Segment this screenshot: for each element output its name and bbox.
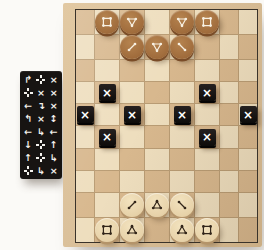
board-cell-a7[interactable]: [76, 82, 94, 103]
black-cube-x-piece[interactable]: ×: [199, 84, 216, 101]
board-cell-d3[interactable]: [145, 171, 169, 192]
board-cell-c5[interactable]: [120, 126, 144, 147]
tray-glyph-arrow-left-icon: ←: [22, 125, 35, 138]
board-cell-g10[interactable]: [220, 10, 238, 34]
tray-glyph-x-icon: ×: [35, 112, 48, 125]
board-cell-e5[interactable]: [170, 126, 194, 147]
tray-glyph-bend-up-left-icon: ↰: [22, 112, 35, 125]
board-cell-e7[interactable]: [170, 82, 194, 103]
board-cell-h1[interactable]: [239, 218, 257, 242]
board-cell-f3[interactable]: [195, 171, 219, 192]
board-cell-g8[interactable]: [220, 60, 238, 81]
black-cube-x-piece[interactable]: ×: [77, 106, 94, 123]
board-cell-c3[interactable]: [120, 171, 144, 192]
brown-disc-diagonal-line-dots[interactable]: [170, 35, 194, 59]
board-cell-b8[interactable]: [95, 60, 119, 81]
tray-glyph-x-icon: ×: [47, 86, 60, 99]
board-cell-e8[interactable]: [170, 60, 194, 81]
tray-glyph-arrow-down-icon: ↓: [22, 138, 35, 151]
tray-glyph-x-icon: ×: [47, 164, 60, 177]
board-cell-f5[interactable]: ×: [195, 126, 219, 147]
board-cell-b5[interactable]: ×: [95, 126, 119, 147]
black-cube-x-piece[interactable]: ×: [99, 129, 116, 146]
board-cell-a6[interactable]: ×: [76, 104, 94, 125]
board-cell-a10[interactable]: [76, 10, 94, 34]
tray-glyph-x-icon: ×: [47, 73, 60, 86]
board-cell-a8[interactable]: [76, 60, 94, 81]
board-cell-d9[interactable]: [145, 35, 169, 59]
tray-glyph-cross-icon: [35, 151, 48, 164]
natural-disc-diagonal-line-dots[interactable]: [120, 193, 144, 217]
black-piece-tray: ↱×××←↴×↰×↕←↳←↓↑↑↳↳×: [20, 71, 62, 179]
board-cell-c2[interactable]: [120, 193, 144, 217]
playing-area: ××××××××: [75, 9, 258, 243]
board-cell-c9[interactable]: [120, 35, 144, 59]
board-cell-g6[interactable]: [220, 104, 238, 125]
tray-glyph-x-icon: ×: [47, 99, 60, 112]
board-cell-e6[interactable]: ×: [170, 104, 194, 125]
brown-disc-triangle-down-dots[interactable]: [120, 10, 144, 34]
tray-glyph-cross-icon: [22, 164, 35, 177]
board-cell-f8[interactable]: [195, 60, 219, 81]
board-cell-e3[interactable]: [170, 171, 194, 192]
board-cell-b4[interactable]: [95, 149, 119, 170]
board-cell-e10[interactable]: [170, 10, 194, 34]
board-cell-e4[interactable]: [170, 149, 194, 170]
brown-disc-diagonal-line-dots[interactable]: [120, 35, 144, 59]
dashed-cross-icon: [24, 166, 33, 175]
tray-glyph-arrow-up-icon: ↑: [22, 151, 35, 164]
board-cell-d2[interactable]: [145, 193, 169, 217]
board-cell-h3[interactable]: [239, 171, 257, 192]
board-cell-f9[interactable]: [195, 35, 219, 59]
product-photo-scene: ↱×××←↴×↰×↕←↳←↓↑↑↳↳× ××××××××: [0, 0, 264, 250]
board-cell-c7[interactable]: [120, 82, 144, 103]
board-cell-b3[interactable]: [95, 171, 119, 192]
tray-glyph-arrow-left-icon: ←: [47, 125, 60, 138]
board-cell-d1[interactable]: [145, 218, 169, 242]
board-cell-d6[interactable]: [145, 104, 169, 125]
tray-glyph-bend-up-right-icon: ↱: [22, 73, 35, 86]
board-cell-a5[interactable]: [76, 126, 94, 147]
board-cell-c6[interactable]: ×: [120, 104, 144, 125]
board-cell-h7[interactable]: [239, 82, 257, 103]
board-cell-c8[interactable]: [120, 60, 144, 81]
dashed-cross-icon: [36, 153, 45, 162]
board-cell-c10[interactable]: [120, 10, 144, 34]
board-cell-f4[interactable]: [195, 149, 219, 170]
board-cell-h10[interactable]: [239, 10, 257, 34]
black-cube-x-piece[interactable]: ×: [199, 129, 216, 146]
game-board: ××××××××: [63, 3, 262, 247]
natural-disc-diagonal-line-dots[interactable]: [170, 193, 194, 217]
board-cell-c4[interactable]: [120, 149, 144, 170]
board-cell-a4[interactable]: [76, 149, 94, 170]
board-cell-b7[interactable]: ×: [95, 82, 119, 103]
board-cell-g5[interactable]: [220, 126, 238, 147]
board-cell-a9[interactable]: [76, 35, 94, 59]
board-cell-a2[interactable]: [76, 193, 94, 217]
tray-glyph-arrow-up-icon: ↑: [47, 138, 60, 151]
board-cell-a3[interactable]: [76, 171, 94, 192]
natural-disc-square-dots[interactable]: [195, 218, 219, 242]
natural-disc-square-dots[interactable]: [95, 218, 119, 242]
board-cell-g3[interactable]: [220, 171, 238, 192]
board-cell-c1[interactable]: [120, 218, 144, 242]
board-cell-a1[interactable]: [76, 218, 94, 242]
board-cell-d8[interactable]: [145, 60, 169, 81]
board-cell-g7[interactable]: [220, 82, 238, 103]
tray-glyph-bend-down-right-icon: ↳: [47, 151, 60, 164]
board-cell-h2[interactable]: [239, 193, 257, 217]
dashed-cross-icon: [24, 88, 33, 97]
board-cell-g2[interactable]: [220, 193, 238, 217]
board-cell-e2[interactable]: [170, 193, 194, 217]
board-cell-d5[interactable]: [145, 126, 169, 147]
board-cell-g1[interactable]: [220, 218, 238, 242]
board-cell-b2[interactable]: [95, 193, 119, 217]
tray-glyph-arrow-up-down-icon: ↕: [47, 112, 60, 125]
tray-glyph-arrow-left-icon: ←: [22, 99, 35, 112]
black-cube-x-piece[interactable]: ×: [99, 84, 116, 101]
brown-disc-triangle-down-dots[interactable]: [145, 35, 169, 59]
board-cell-d7[interactable]: [145, 82, 169, 103]
board-cell-f1[interactable]: [195, 218, 219, 242]
board-cell-g4[interactable]: [220, 149, 238, 170]
brown-disc-square-dots[interactable]: [195, 10, 219, 34]
board-cell-f10[interactable]: [195, 10, 219, 34]
natural-disc-triangle-up-dots[interactable]: [145, 193, 169, 217]
tray-glyph-cross-icon: [35, 138, 48, 151]
tray-glyph-bend-down-right-icon: ↳: [35, 125, 48, 138]
board-cell-f6[interactable]: [195, 104, 219, 125]
dashed-cross-icon: [36, 75, 45, 84]
tray-glyph-x-icon: ×: [35, 86, 48, 99]
natural-disc-triangle-up-dots[interactable]: [170, 218, 194, 242]
board-cell-h6[interactable]: ×: [239, 104, 257, 125]
tray-glyph-cross-icon: [22, 86, 35, 99]
board-cell-h4[interactable]: [239, 149, 257, 170]
tray-glyph-bend-right-down-icon: ↴: [35, 99, 48, 112]
black-cube-x-piece[interactable]: ×: [174, 106, 191, 123]
black-cube-x-piece[interactable]: ×: [240, 106, 257, 123]
board-cell-b9[interactable]: [95, 35, 119, 59]
board-cell-e9[interactable]: [170, 35, 194, 59]
board-cell-b1[interactable]: [95, 218, 119, 242]
brown-disc-triangle-down-dots[interactable]: [170, 10, 194, 34]
natural-disc-triangle-up-dots[interactable]: [120, 218, 144, 242]
board-cell-b10[interactable]: [95, 10, 119, 34]
board-cell-e1[interactable]: [170, 218, 194, 242]
board-cell-f7[interactable]: ×: [195, 82, 219, 103]
board-cell-d4[interactable]: [145, 149, 169, 170]
brown-disc-square-dots[interactable]: [95, 10, 119, 34]
board-cell-d10[interactable]: [145, 10, 169, 34]
board-cell-b6[interactable]: [95, 104, 119, 125]
dashed-cross-icon: [36, 140, 45, 149]
black-cube-x-piece[interactable]: ×: [124, 106, 141, 123]
tray-glyph-cross-icon: [35, 73, 48, 86]
board-cell-h9[interactable]: [239, 35, 257, 59]
tray-glyph-bend-down-right-icon: ↳: [35, 164, 48, 177]
board-cell-h8[interactable]: [239, 60, 257, 81]
board-cell-f2[interactable]: [195, 193, 219, 217]
board-cell-g9[interactable]: [220, 35, 238, 59]
board-cell-h5[interactable]: [239, 126, 257, 147]
